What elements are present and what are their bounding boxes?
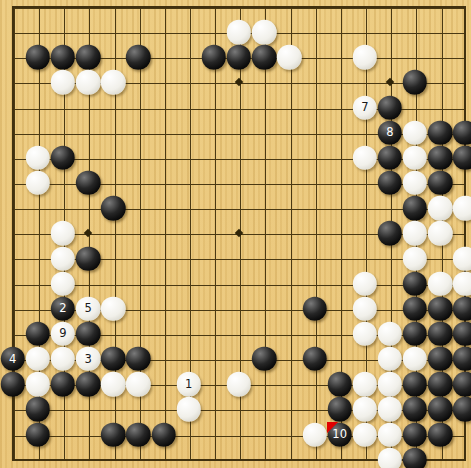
move-number-label: 1: [185, 378, 192, 390]
move-number-label: 8: [386, 127, 393, 139]
move-number-label: 2: [59, 303, 66, 315]
white-stone[interactable]: [378, 447, 402, 468]
black-stone[interactable]: [403, 447, 427, 468]
move-number-label: 9: [59, 328, 66, 340]
move-number-label: 4: [9, 353, 16, 365]
move-number-label: 10: [332, 429, 347, 441]
move-number-label: 3: [84, 353, 91, 365]
move-number-label: 7: [361, 102, 368, 114]
go-board[interactable]: 7825943110: [0, 0, 471, 468]
move-number-label: 5: [84, 303, 91, 315]
